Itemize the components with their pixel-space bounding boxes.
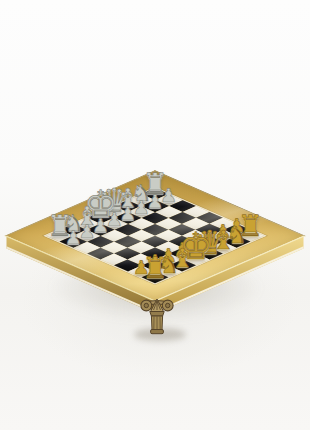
piece-black-rook[interactable]: ♜ [142, 254, 168, 283]
capital-echinus [150, 312, 164, 317]
foot-base [151, 330, 164, 334]
product-photo-scene: ♜♞♝♛♚♝♞♜♟♟♟♟♟♟♟♟♟♟♟♟♟♟♟♟♜♞♝♛♚♝♞♜ [0, 0, 310, 430]
column-capital-foot [140, 296, 174, 336]
piece-white-pawn[interactable]: ♟ [65, 228, 82, 247]
